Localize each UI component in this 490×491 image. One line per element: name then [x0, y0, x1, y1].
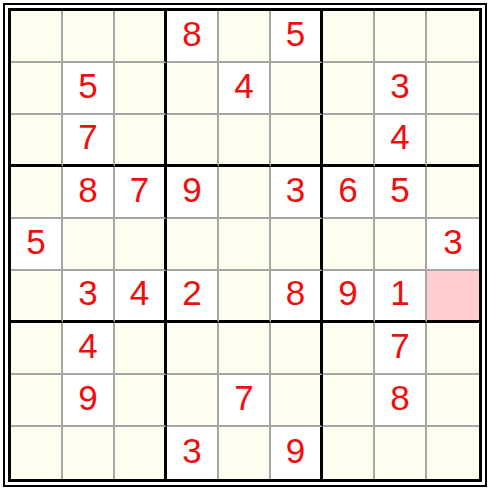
cell-r9c8[interactable] [375, 427, 427, 479]
cell-r2c1[interactable] [11, 63, 63, 115]
cell-r4c1[interactable] [11, 167, 63, 219]
cell-r5c9[interactable]: 3 [427, 219, 479, 271]
cell-r7c7[interactable] [323, 323, 375, 375]
cell-r1c8[interactable] [375, 11, 427, 63]
cell-r1c6[interactable]: 5 [271, 11, 323, 63]
cell-r1c3[interactable] [115, 11, 167, 63]
cell-r2c5[interactable]: 4 [219, 63, 271, 115]
cell-r9c2[interactable] [63, 427, 115, 479]
cell-r5c4[interactable] [167, 219, 219, 271]
cell-r1c2[interactable] [63, 11, 115, 63]
cell-r2c6[interactable] [271, 63, 323, 115]
cell-r5c1[interactable]: 5 [11, 219, 63, 271]
cell-r2c3[interactable] [115, 63, 167, 115]
cell-r6c8[interactable]: 1 [375, 271, 427, 323]
cell-r1c7[interactable] [323, 11, 375, 63]
cell-r8c1[interactable] [11, 375, 63, 427]
cell-r3c5[interactable] [219, 115, 271, 167]
cell-r7c4[interactable] [167, 323, 219, 375]
cell-r8c9[interactable] [427, 375, 479, 427]
cell-r2c4[interactable] [167, 63, 219, 115]
cell-r7c8[interactable]: 7 [375, 323, 427, 375]
cell-r6c1[interactable] [11, 271, 63, 323]
cell-r1c5[interactable] [219, 11, 271, 63]
cell-r3c7[interactable] [323, 115, 375, 167]
sudoku-board: 8554374879365533428914797839 [8, 8, 482, 482]
cell-r6c3[interactable]: 4 [115, 271, 167, 323]
cell-r3c1[interactable] [11, 115, 63, 167]
cell-r9c3[interactable] [115, 427, 167, 479]
cell-r9c1[interactable] [11, 427, 63, 479]
cell-r2c2[interactable]: 5 [63, 63, 115, 115]
cell-r9c6[interactable]: 9 [271, 427, 323, 479]
cell-r6c2[interactable]: 3 [63, 271, 115, 323]
cell-r4c4[interactable]: 9 [167, 167, 219, 219]
cell-r4c6[interactable]: 3 [271, 167, 323, 219]
cell-r1c1[interactable] [11, 11, 63, 63]
cell-r2c7[interactable] [323, 63, 375, 115]
cell-r8c5[interactable]: 7 [219, 375, 271, 427]
cell-r6c7[interactable]: 9 [323, 271, 375, 323]
cell-r1c9[interactable] [427, 11, 479, 63]
cell-r4c3[interactable]: 7 [115, 167, 167, 219]
cell-r7c5[interactable] [219, 323, 271, 375]
cell-r2c8[interactable]: 3 [375, 63, 427, 115]
cell-r8c4[interactable] [167, 375, 219, 427]
cell-r9c7[interactable] [323, 427, 375, 479]
cell-r7c9[interactable] [427, 323, 479, 375]
cell-r5c5[interactable] [219, 219, 271, 271]
cell-r3c9[interactable] [427, 115, 479, 167]
cell-r5c8[interactable] [375, 219, 427, 271]
sudoku-board-frame: 8554374879365533428914797839 [3, 3, 487, 487]
cell-r8c6[interactable] [271, 375, 323, 427]
cell-r9c4[interactable]: 3 [167, 427, 219, 479]
cell-r7c3[interactable] [115, 323, 167, 375]
cell-r5c7[interactable] [323, 219, 375, 271]
cell-r6c9[interactable] [427, 271, 479, 323]
cell-r4c2[interactable]: 8 [63, 167, 115, 219]
cell-r8c7[interactable] [323, 375, 375, 427]
cell-r9c9[interactable] [427, 427, 479, 479]
cell-r6c6[interactable]: 8 [271, 271, 323, 323]
cell-r4c7[interactable]: 6 [323, 167, 375, 219]
cell-r7c1[interactable] [11, 323, 63, 375]
cell-r6c4[interactable]: 2 [167, 271, 219, 323]
cell-r8c3[interactable] [115, 375, 167, 427]
cell-r9c5[interactable] [219, 427, 271, 479]
cell-r5c2[interactable] [63, 219, 115, 271]
cell-r1c4[interactable]: 8 [167, 11, 219, 63]
cell-r4c8[interactable]: 5 [375, 167, 427, 219]
cell-r3c6[interactable] [271, 115, 323, 167]
cell-r6c5[interactable] [219, 271, 271, 323]
cell-r5c3[interactable] [115, 219, 167, 271]
cell-r5c6[interactable] [271, 219, 323, 271]
cell-r3c4[interactable] [167, 115, 219, 167]
cell-r3c2[interactable]: 7 [63, 115, 115, 167]
cell-r4c5[interactable] [219, 167, 271, 219]
cell-r7c6[interactable] [271, 323, 323, 375]
cell-r7c2[interactable]: 4 [63, 323, 115, 375]
cell-r8c2[interactable]: 9 [63, 375, 115, 427]
cell-r3c8[interactable]: 4 [375, 115, 427, 167]
cell-r8c8[interactable]: 8 [375, 375, 427, 427]
cell-r4c9[interactable] [427, 167, 479, 219]
cell-r2c9[interactable] [427, 63, 479, 115]
cell-r3c3[interactable] [115, 115, 167, 167]
